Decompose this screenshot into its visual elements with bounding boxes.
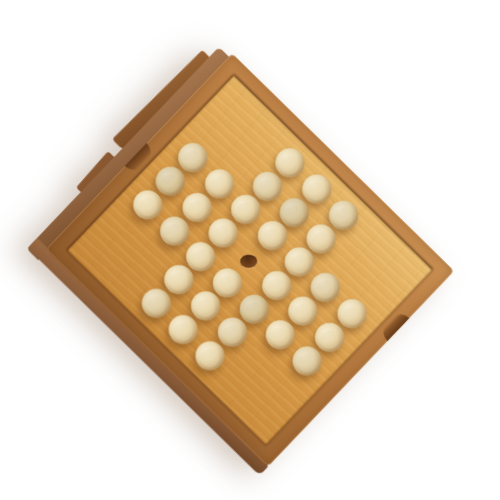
- marble-ball[interactable]: ●: [302, 175, 331, 204]
- marble-ball[interactable]: ●: [156, 167, 185, 196]
- marble-ball[interactable]: ●: [311, 273, 340, 302]
- marble-ball[interactable]: ●: [209, 219, 238, 248]
- marble-ball[interactable]: ●: [276, 149, 305, 178]
- marble-ball[interactable]: ●: [134, 190, 163, 219]
- marble-ball[interactable]: ●: [284, 247, 313, 276]
- board-frame: ●●●●●●●●●●●●●●●●●●●●●●●●●●●●●●●●: [46, 53, 455, 467]
- marble-ball[interactable]: ●: [280, 198, 309, 227]
- marble-ball[interactable]: ●: [187, 242, 216, 271]
- marble-ball[interactable]: ●: [266, 320, 295, 349]
- marble-ball[interactable]: ●: [329, 201, 358, 230]
- marble-ball[interactable]: ●: [191, 291, 220, 320]
- marble-ball[interactable]: ●: [253, 172, 282, 201]
- marble-ball[interactable]: ●: [195, 341, 224, 370]
- marble-ball[interactable]: ●: [182, 193, 211, 222]
- photo-canvas: ●●●●●●●●●●●●●●●●●●●●●●●●●●●●●●●●: [0, 0, 500, 500]
- solitaire-board: ●●●●●●●●●●●●●●●●●●●●●●●●●●●●●●●●: [46, 53, 455, 467]
- marble-ball[interactable]: ●: [178, 144, 207, 173]
- marble-ball[interactable]: ●: [240, 294, 269, 323]
- marble-ball[interactable]: ●: [160, 216, 189, 245]
- marble-ball[interactable]: ●: [213, 268, 242, 297]
- marble-ball[interactable]: ●: [258, 221, 287, 250]
- marble-ball[interactable]: ●: [231, 195, 260, 224]
- marble-ball[interactable]: ●: [165, 266, 194, 295]
- marble-ball[interactable]: ●: [169, 315, 198, 344]
- marble-ball[interactable]: ●: [205, 170, 234, 199]
- empty-hole: [240, 255, 257, 268]
- marble-ball[interactable]: ●: [293, 346, 322, 375]
- marble-ball[interactable]: ●: [288, 297, 317, 326]
- marble-ball[interactable]: ●: [337, 299, 366, 328]
- marble-ball[interactable]: ●: [315, 323, 344, 352]
- marble-ball[interactable]: ●: [142, 289, 171, 318]
- marble-ball[interactable]: ●: [217, 317, 246, 346]
- marble-ball[interactable]: ●: [262, 271, 291, 300]
- marble-ball[interactable]: ●: [306, 224, 335, 253]
